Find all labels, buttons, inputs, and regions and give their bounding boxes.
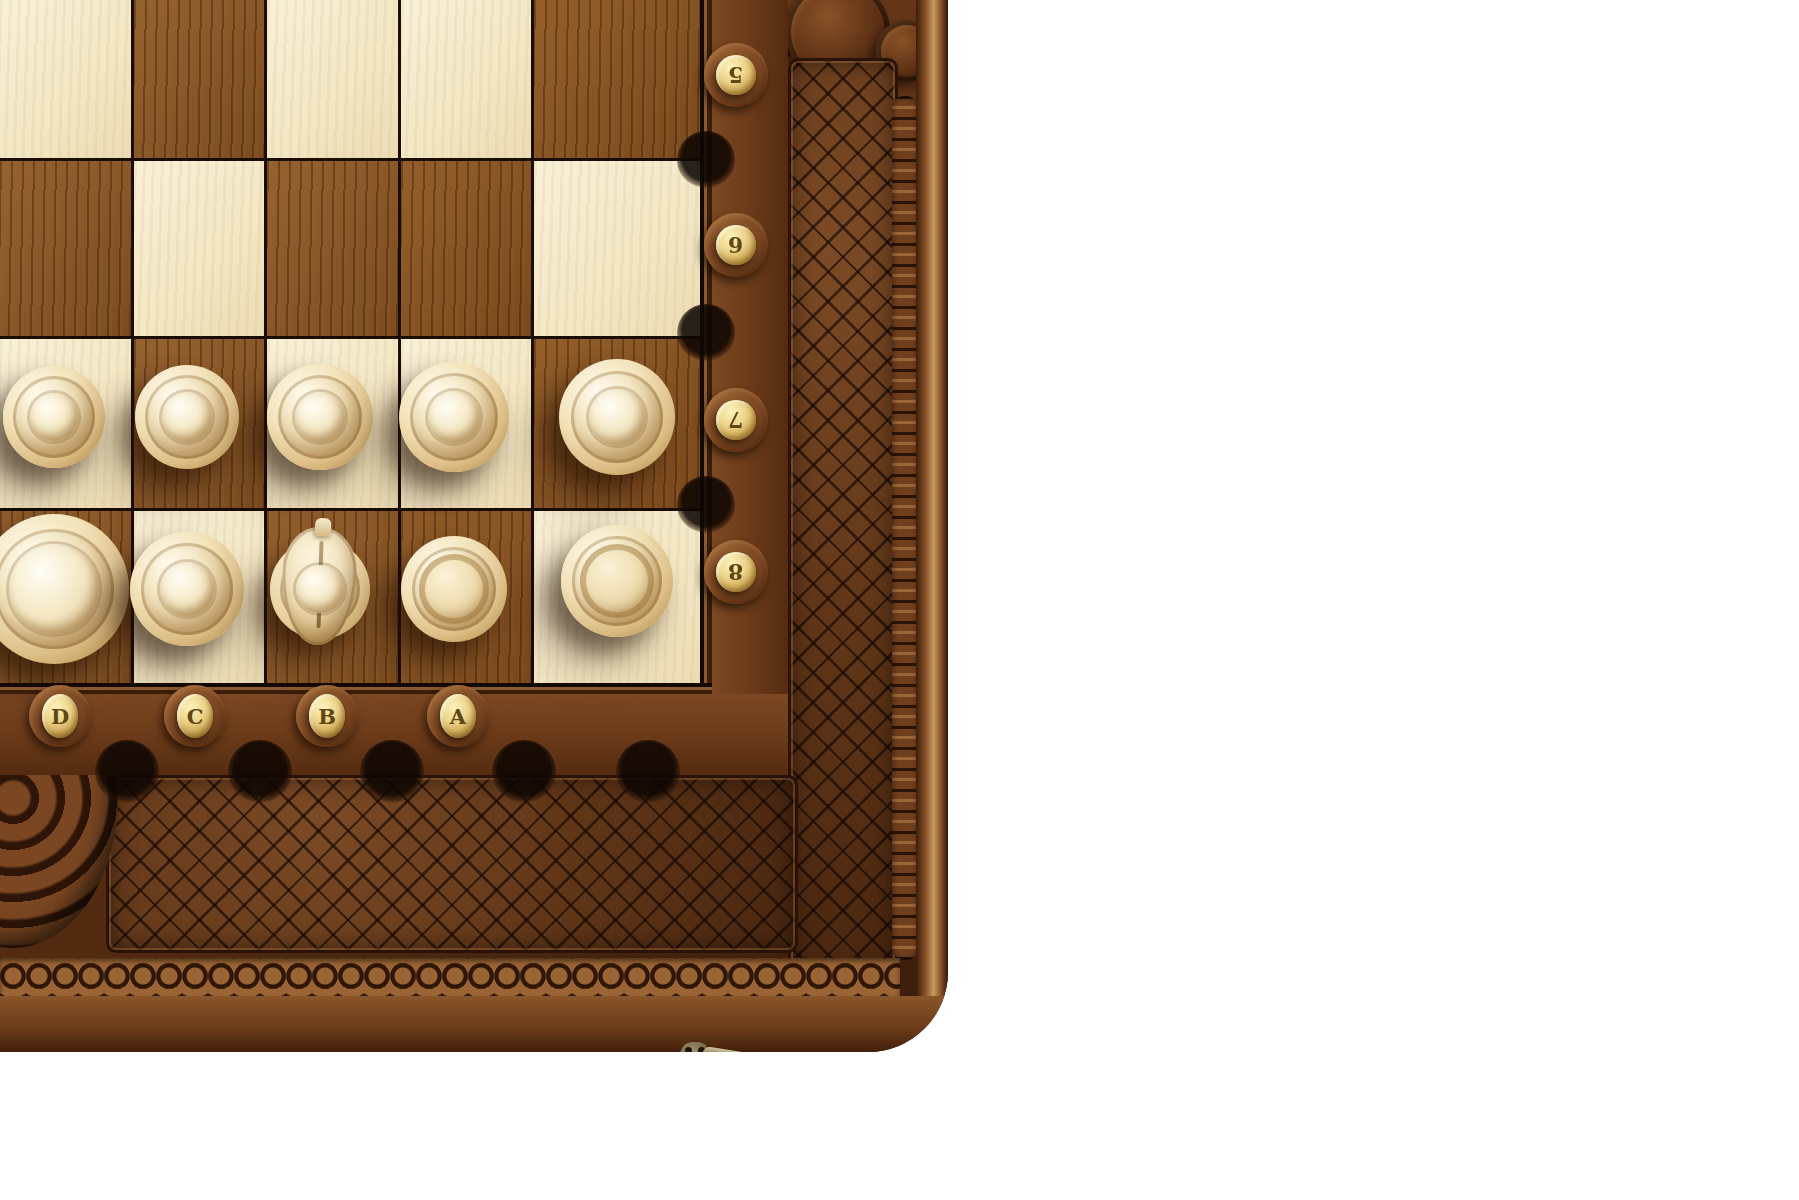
white-pawn: [3, 366, 105, 468]
square-r0-c0: [0, 0, 131, 158]
lattice-carving-bottom: [106, 775, 798, 953]
board-frame-edge: [0, 683, 712, 694]
white-knight: [270, 539, 370, 639]
scallop-notch: [616, 740, 680, 804]
square-r1-c2: [267, 161, 398, 336]
white-pawn: [135, 365, 239, 469]
scallop-notch: [677, 476, 735, 534]
scallop-notch: [228, 740, 292, 804]
white-bishop: [130, 532, 244, 646]
white-pawn: [267, 364, 373, 470]
square-r0-c4: [534, 0, 700, 158]
rank-pin-5: 5: [716, 55, 756, 95]
white-rook: [561, 525, 673, 637]
file-pin-C: C: [177, 694, 213, 738]
square-r1-c0: [0, 161, 131, 336]
square-r1-c1: [134, 161, 264, 336]
square-r1-c4: [534, 161, 700, 336]
rank-pin-6: 6: [716, 225, 756, 265]
carved-wooden-chess-box: DCBA5678: [0, 0, 948, 1052]
file-pin-A: A: [440, 694, 476, 738]
chess-board: [0, 0, 700, 683]
outer-bevel-right: [916, 0, 948, 1020]
square-r1-c3: [401, 161, 531, 336]
white-rook: [401, 536, 507, 642]
rank-pin-8: 8: [716, 552, 756, 592]
scallop-notch: [492, 740, 556, 804]
white-background: [0, 1052, 948, 1200]
scallop-notch: [360, 740, 424, 804]
square-r0-c2: [267, 0, 398, 158]
white-pawn: [559, 359, 675, 475]
square-r0-c3: [401, 0, 531, 158]
file-pin-B: B: [309, 694, 345, 738]
bead-molding: [0, 958, 900, 998]
product-photo-scene: DCBA5678: [0, 0, 1799, 1200]
scallop-strip-right: [712, 0, 788, 772]
scallop-notch: [677, 131, 735, 189]
chevron-edge-carving: [892, 96, 918, 960]
white-background: [948, 0, 1799, 1200]
scallop-notch: [95, 740, 159, 804]
lattice-carving-right: [788, 58, 898, 982]
square-r0-c1: [134, 0, 264, 158]
file-pin-D: D: [42, 694, 78, 738]
scallop-notch: [677, 304, 735, 362]
rank-pin-7: 7: [716, 400, 756, 440]
white-pawn: [399, 362, 509, 472]
